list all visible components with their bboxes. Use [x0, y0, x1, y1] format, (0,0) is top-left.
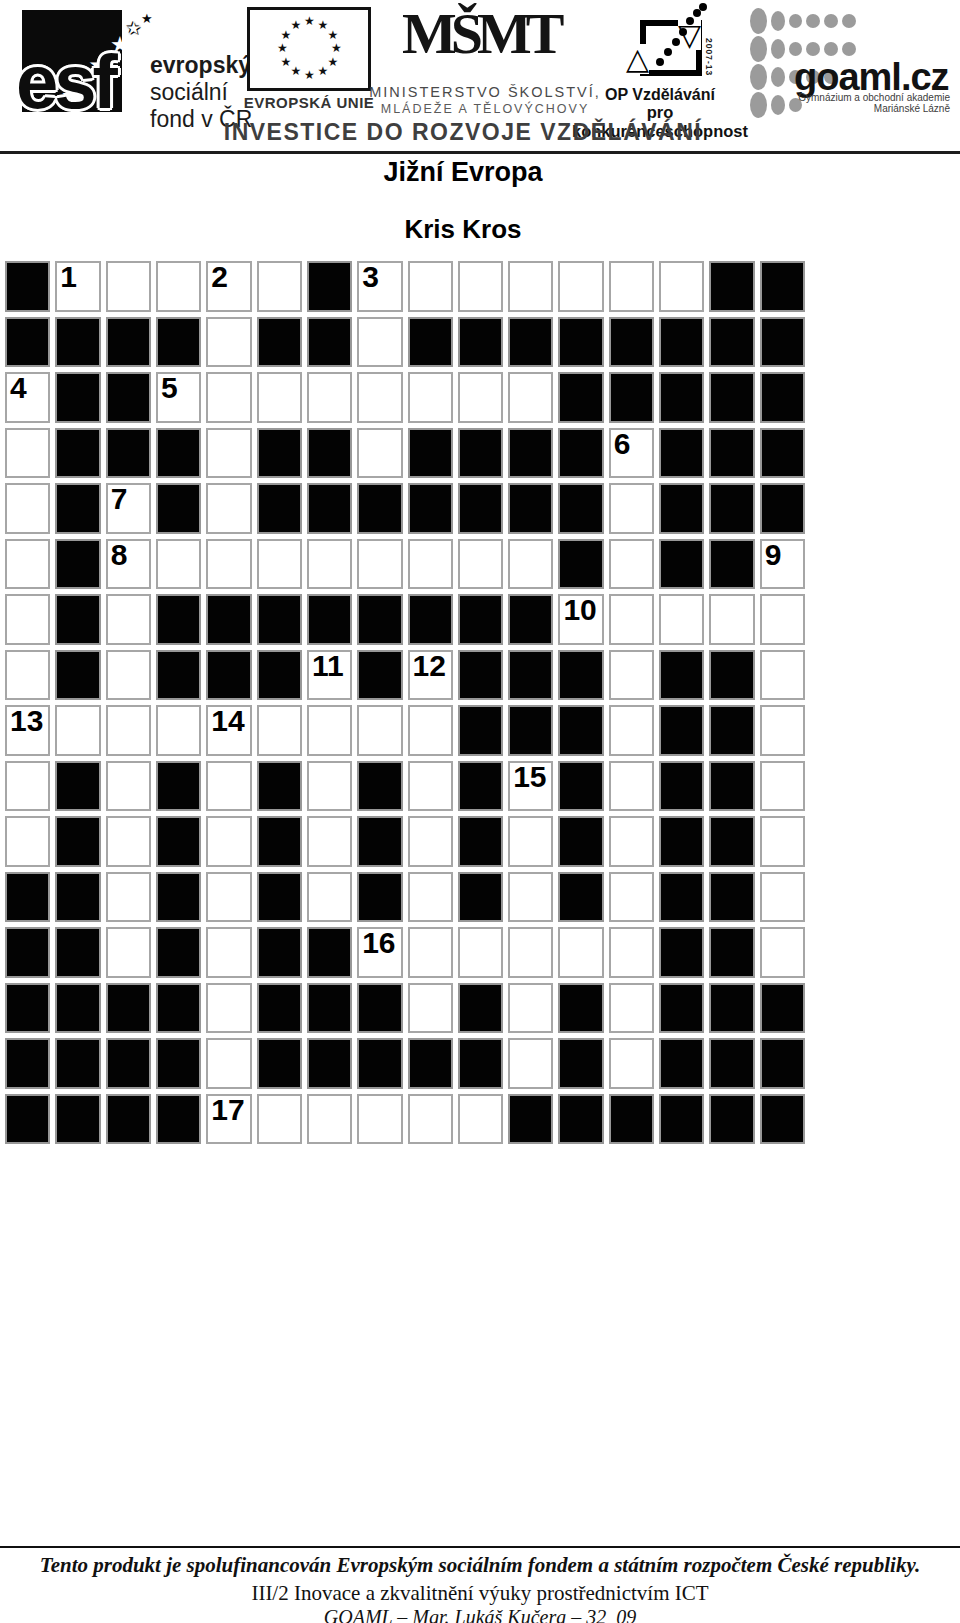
black-cell	[458, 983, 503, 1034]
white-cell[interactable]	[5, 816, 50, 867]
white-cell[interactable]	[106, 761, 151, 812]
black-cell	[357, 483, 402, 534]
white-cell[interactable]	[307, 872, 352, 923]
white-cell[interactable]	[257, 372, 302, 423]
goaml-dot	[806, 42, 820, 56]
opvk-dot	[686, 17, 694, 25]
black-cell	[659, 650, 704, 701]
black-cell	[206, 650, 251, 701]
black-cell	[408, 428, 453, 479]
black-cell	[760, 983, 805, 1034]
esf-star-icon: ★	[126, 20, 141, 37]
black-cell	[659, 816, 704, 867]
goaml-dot	[771, 95, 785, 115]
white-cell[interactable]	[659, 261, 704, 312]
black-cell	[458, 594, 503, 645]
white-cell[interactable]	[206, 317, 251, 368]
black-cell	[106, 317, 151, 368]
eu-flag-star-icon: ★	[291, 19, 302, 31]
black-cell	[156, 761, 201, 812]
black-cell	[55, 539, 100, 590]
footer-project-text: III/2 Inovace a zkvalitnění výuky prostř…	[0, 1581, 960, 1606]
white-cell[interactable]	[307, 816, 352, 867]
black-cell	[408, 594, 453, 645]
eu-flag-star-icon: ★	[281, 56, 292, 68]
black-cell	[659, 1094, 704, 1145]
black-cell	[709, 483, 754, 534]
black-cell	[106, 1038, 151, 1089]
white-cell[interactable]	[206, 816, 251, 867]
black-cell	[659, 317, 704, 368]
black-cell	[709, 1038, 754, 1089]
black-cell	[659, 983, 704, 1034]
white-cell[interactable]	[408, 761, 453, 812]
black-cell	[709, 650, 754, 701]
black-cell	[659, 539, 704, 590]
white-cell[interactable]	[307, 705, 352, 756]
white-cell[interactable]: 4	[5, 372, 50, 423]
black-cell	[357, 761, 402, 812]
white-cell[interactable]	[458, 372, 503, 423]
clue-number: 7	[111, 482, 128, 515]
white-cell[interactable]	[257, 539, 302, 590]
white-cell[interactable]	[206, 539, 251, 590]
white-cell[interactable]	[408, 872, 453, 923]
white-cell[interactable]	[609, 816, 654, 867]
black-cell	[458, 705, 503, 756]
white-cell[interactable]: 3	[357, 261, 402, 312]
white-cell[interactable]	[609, 483, 654, 534]
black-cell	[357, 983, 402, 1034]
black-cell	[558, 539, 603, 590]
white-cell[interactable]: 11	[307, 650, 352, 701]
white-cell[interactable]	[508, 539, 553, 590]
black-cell	[156, 594, 201, 645]
white-cell[interactable]	[206, 927, 251, 978]
black-cell	[709, 705, 754, 756]
white-cell[interactable]	[508, 372, 553, 423]
white-cell[interactable]	[307, 1094, 352, 1145]
black-cell	[709, 539, 754, 590]
white-cell[interactable]	[5, 594, 50, 645]
msmt-logo: MŠMT	[402, 2, 558, 66]
black-cell	[709, 1094, 754, 1145]
white-cell[interactable]	[106, 872, 151, 923]
white-cell[interactable]	[55, 705, 100, 756]
eu-flag-logo: ★★★★★★★★★★★★	[247, 7, 371, 91]
white-cell[interactable]	[558, 927, 603, 978]
black-cell	[659, 428, 704, 479]
black-cell	[659, 761, 704, 812]
white-cell[interactable]	[206, 761, 251, 812]
white-cell[interactable]	[307, 539, 352, 590]
black-cell	[508, 650, 553, 701]
black-cell	[558, 705, 603, 756]
black-cell	[307, 927, 352, 978]
white-cell[interactable]: 13	[5, 705, 50, 756]
black-cell	[709, 816, 754, 867]
black-cell	[257, 1038, 302, 1089]
goaml-dot	[750, 64, 767, 90]
goaml-dot	[771, 11, 785, 31]
white-cell[interactable]	[609, 650, 654, 701]
black-cell	[408, 317, 453, 368]
goaml-dot	[771, 67, 785, 87]
black-cell	[257, 761, 302, 812]
white-cell[interactable]: 17	[206, 1094, 251, 1145]
triangle-up-icon: △	[626, 44, 649, 74]
opvk-dot	[656, 58, 664, 66]
black-cell	[106, 1094, 151, 1145]
eu-flag-star-icon: ★	[331, 42, 342, 54]
black-cell	[709, 428, 754, 479]
black-cell	[458, 816, 503, 867]
investice-banner-text: INVESTICE DO ROZVOJE VZDĚLÁVÁNÍ	[0, 119, 926, 146]
page-subtitle: Kris Kros	[0, 214, 926, 245]
white-cell[interactable]	[257, 705, 302, 756]
white-cell[interactable]	[760, 816, 805, 867]
white-cell[interactable]	[458, 927, 503, 978]
opvk-dot	[664, 48, 672, 56]
white-cell[interactable]	[5, 539, 50, 590]
goaml-dot	[750, 92, 767, 118]
black-cell	[257, 483, 302, 534]
opvk-text-line: OP Vzdělávání	[580, 86, 740, 104]
white-cell[interactable]	[458, 261, 503, 312]
black-cell	[659, 372, 704, 423]
white-cell[interactable]: 7	[106, 483, 151, 534]
black-cell	[558, 872, 603, 923]
black-cell	[307, 483, 352, 534]
black-cell	[709, 261, 754, 312]
white-cell[interactable]	[508, 872, 553, 923]
black-cell	[156, 872, 201, 923]
esf-text-line: evropský	[150, 52, 252, 79]
black-cell	[257, 983, 302, 1034]
black-cell	[709, 927, 754, 978]
white-cell[interactable]	[760, 650, 805, 701]
goaml-logo: goaml.cz Gymnázium a obchodní akademie M…	[748, 2, 954, 120]
white-cell[interactable]	[206, 372, 251, 423]
white-cell[interactable]	[357, 1094, 402, 1145]
white-cell[interactable]	[307, 372, 352, 423]
goaml-dot	[824, 14, 838, 28]
black-cell	[458, 761, 503, 812]
black-cell	[156, 650, 201, 701]
white-cell[interactable]	[106, 705, 151, 756]
clue-number: 6	[614, 427, 631, 460]
black-cell	[156, 483, 201, 534]
white-cell[interactable]	[760, 761, 805, 812]
black-cell	[760, 372, 805, 423]
black-cell	[659, 705, 704, 756]
goaml-dot	[824, 42, 838, 56]
black-cell	[5, 261, 50, 312]
black-cell	[206, 594, 251, 645]
black-cell	[156, 428, 201, 479]
black-cell	[659, 483, 704, 534]
black-cell	[558, 816, 603, 867]
black-cell	[5, 927, 50, 978]
black-cell	[257, 317, 302, 368]
goaml-dot	[750, 36, 767, 62]
white-cell[interactable]	[307, 761, 352, 812]
black-cell	[458, 428, 503, 479]
white-cell[interactable]	[5, 761, 50, 812]
white-cell[interactable]: 9	[760, 539, 805, 590]
black-cell	[106, 372, 151, 423]
white-cell[interactable]	[508, 927, 553, 978]
black-cell	[106, 983, 151, 1034]
white-cell[interactable]: 15	[508, 761, 553, 812]
white-cell[interactable]: 2	[206, 261, 251, 312]
white-cell[interactable]	[760, 927, 805, 978]
white-cell[interactable]	[357, 317, 402, 368]
white-cell[interactable]	[508, 983, 553, 1034]
black-cell	[5, 983, 50, 1034]
black-cell	[257, 428, 302, 479]
clue-number: 16	[362, 926, 395, 959]
clue-number: 11	[312, 649, 344, 682]
white-cell[interactable]: 1	[55, 261, 100, 312]
white-cell[interactable]	[609, 1038, 654, 1089]
white-cell[interactable]: 12	[408, 650, 453, 701]
black-cell	[55, 927, 100, 978]
black-cell	[458, 317, 503, 368]
black-cell	[307, 594, 352, 645]
white-cell[interactable]: 5	[156, 372, 201, 423]
white-cell[interactable]	[408, 927, 453, 978]
white-cell[interactable]	[206, 1038, 251, 1089]
black-cell	[408, 483, 453, 534]
white-cell[interactable]	[106, 816, 151, 867]
black-cell	[709, 317, 754, 368]
black-cell	[257, 816, 302, 867]
white-cell[interactable]	[156, 539, 201, 590]
footer-funding-text: Tento produkt je spolufinancován Evropsk…	[0, 1553, 960, 1578]
black-cell	[55, 1094, 100, 1145]
white-cell[interactable]	[5, 483, 50, 534]
clue-number: 5	[161, 371, 178, 404]
white-cell[interactable]	[5, 650, 50, 701]
black-cell	[357, 1038, 402, 1089]
black-cell	[458, 650, 503, 701]
white-cell[interactable]	[206, 872, 251, 923]
esf-star-icon: ★	[141, 12, 153, 25]
clue-number: 12	[413, 649, 446, 682]
black-cell	[609, 372, 654, 423]
white-cell[interactable]	[760, 872, 805, 923]
black-cell	[508, 594, 553, 645]
opvk-dot	[679, 28, 687, 36]
white-cell[interactable]	[609, 594, 654, 645]
black-cell	[257, 872, 302, 923]
white-cell[interactable]	[508, 816, 553, 867]
eu-flag-star-icon: ★	[318, 65, 329, 77]
opvk-logo: △ ▽ 2007-13 OP Vzdělávání pro konkurence…	[580, 0, 740, 120]
black-cell	[659, 1038, 704, 1089]
black-cell	[458, 1038, 503, 1089]
clue-number: 15	[513, 760, 546, 793]
white-cell[interactable]	[206, 983, 251, 1034]
black-cell	[156, 983, 201, 1034]
white-cell[interactable]	[408, 261, 453, 312]
white-cell[interactable]	[609, 872, 654, 923]
white-cell[interactable]	[508, 1038, 553, 1089]
black-cell	[709, 872, 754, 923]
goaml-subtitle: Mariánské Lázně	[874, 103, 950, 114]
white-cell[interactable]	[206, 428, 251, 479]
esf-wordmark: esf	[16, 44, 114, 120]
white-cell[interactable]	[458, 539, 503, 590]
white-cell[interactable]: 8	[106, 539, 151, 590]
black-cell	[55, 372, 100, 423]
eu-flag-star-icon: ★	[327, 29, 338, 41]
eu-flag-star-icon: ★	[327, 56, 338, 68]
white-cell[interactable]: 6	[609, 428, 654, 479]
clue-number: 2	[211, 260, 228, 293]
eu-flag-star-icon: ★	[291, 65, 302, 77]
white-cell[interactable]	[408, 539, 453, 590]
white-cell[interactable]	[5, 428, 50, 479]
white-cell[interactable]	[408, 816, 453, 867]
black-cell	[709, 372, 754, 423]
goaml-dot	[806, 14, 820, 28]
black-cell	[257, 650, 302, 701]
clue-number: 3	[362, 260, 379, 293]
white-cell[interactable]	[156, 261, 201, 312]
black-cell	[5, 1094, 50, 1145]
black-cell	[508, 317, 553, 368]
black-cell	[156, 1094, 201, 1145]
black-cell	[5, 1038, 50, 1089]
black-cell	[257, 594, 302, 645]
black-cell	[307, 428, 352, 479]
black-cell	[156, 1038, 201, 1089]
goaml-subtitle: Gymnázium a obchodní akademie	[798, 92, 950, 103]
white-cell[interactable]	[408, 372, 453, 423]
footer-divider	[0, 1546, 960, 1548]
white-cell[interactable]	[357, 705, 402, 756]
white-cell[interactable]	[257, 261, 302, 312]
black-cell	[609, 1094, 654, 1145]
black-cell	[508, 705, 553, 756]
clue-number: 4	[10, 371, 27, 404]
goaml-dot	[789, 42, 802, 56]
clue-number: 9	[765, 538, 782, 571]
black-cell	[760, 1038, 805, 1089]
white-cell[interactable]	[106, 927, 151, 978]
page-title: Jižní Evropa	[0, 157, 926, 188]
black-cell	[458, 872, 503, 923]
black-cell	[709, 983, 754, 1034]
white-cell[interactable]	[156, 705, 201, 756]
white-cell[interactable]	[508, 261, 553, 312]
black-cell	[5, 317, 50, 368]
white-cell[interactable]	[609, 983, 654, 1034]
clue-number: 14	[211, 704, 244, 737]
black-cell	[558, 428, 603, 479]
white-cell[interactable]	[257, 1094, 302, 1145]
black-cell	[307, 1038, 352, 1089]
white-cell[interactable]	[609, 705, 654, 756]
black-cell	[307, 317, 352, 368]
white-cell[interactable]	[609, 539, 654, 590]
black-cell	[307, 983, 352, 1034]
opvk-dot	[672, 38, 680, 46]
eu-flag-star-icon: ★	[277, 42, 288, 54]
black-cell	[760, 1094, 805, 1145]
white-cell[interactable]	[357, 428, 402, 479]
clue-number: 17	[211, 1093, 244, 1126]
opvk-year-label: 2007-13	[704, 38, 714, 76]
black-cell	[357, 650, 402, 701]
goaml-dot	[842, 42, 856, 56]
black-cell	[558, 650, 603, 701]
white-cell[interactable]	[659, 594, 704, 645]
white-cell[interactable]	[206, 483, 251, 534]
white-cell[interactable]	[106, 594, 151, 645]
white-cell[interactable]	[408, 705, 453, 756]
white-cell[interactable]: 10	[558, 594, 603, 645]
black-cell	[458, 483, 503, 534]
white-cell[interactable]	[609, 261, 654, 312]
black-cell	[106, 428, 151, 479]
white-cell[interactable]	[408, 983, 453, 1034]
white-cell[interactable]	[609, 761, 654, 812]
black-cell	[558, 483, 603, 534]
eu-flag-star-icon: ★	[304, 69, 315, 81]
white-cell[interactable]	[106, 650, 151, 701]
white-cell[interactable]: 14	[206, 705, 251, 756]
black-cell	[558, 1038, 603, 1089]
white-cell[interactable]	[106, 261, 151, 312]
black-cell	[558, 317, 603, 368]
white-cell[interactable]	[458, 1094, 503, 1145]
black-cell	[760, 428, 805, 479]
black-cell	[55, 761, 100, 812]
white-cell[interactable]	[408, 1094, 453, 1145]
black-cell	[55, 317, 100, 368]
goaml-dot	[750, 8, 767, 34]
black-cell	[659, 927, 704, 978]
black-cell	[508, 428, 553, 479]
white-cell[interactable]	[760, 705, 805, 756]
black-cell	[55, 650, 100, 701]
black-cell	[55, 816, 100, 867]
header-divider	[0, 151, 960, 154]
clue-number: 8	[111, 538, 128, 571]
black-cell	[508, 1094, 553, 1145]
white-cell[interactable]	[709, 594, 754, 645]
black-cell	[55, 983, 100, 1034]
black-cell	[156, 816, 201, 867]
black-cell	[55, 594, 100, 645]
white-cell[interactable]	[357, 372, 402, 423]
black-cell	[558, 1094, 603, 1145]
black-cell	[156, 927, 201, 978]
white-cell[interactable]	[609, 927, 654, 978]
kriskros-grid: 1234567891011121314151617	[2, 258, 808, 1147]
black-cell	[760, 317, 805, 368]
black-cell	[55, 483, 100, 534]
white-cell[interactable]	[357, 539, 402, 590]
white-cell[interactable]	[558, 261, 603, 312]
white-cell[interactable]	[760, 594, 805, 645]
goaml-dot	[789, 14, 802, 28]
clue-number: 1	[60, 260, 77, 293]
white-cell[interactable]: 16	[357, 927, 402, 978]
